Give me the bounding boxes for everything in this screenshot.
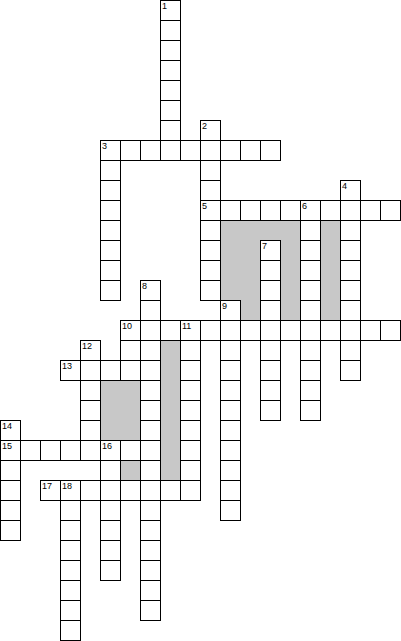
crossword-cell[interactable] (140, 280, 161, 301)
crossword-cell[interactable] (40, 480, 61, 501)
crossword-cell[interactable] (0, 480, 21, 501)
crossword-cell[interactable] (200, 280, 221, 301)
crossword-cell[interactable] (60, 360, 81, 381)
shaded-cell (280, 240, 301, 261)
crossword-cell[interactable] (360, 200, 381, 221)
crossword-cell[interactable] (340, 260, 361, 281)
shaded-cell (160, 460, 181, 481)
crossword-cell[interactable] (140, 340, 161, 361)
crossword-cell[interactable] (100, 180, 121, 201)
crossword-cell[interactable] (140, 300, 161, 321)
crossword-cell[interactable] (100, 560, 121, 581)
crossword-cell[interactable] (140, 360, 161, 381)
crossword-cell[interactable] (160, 480, 181, 501)
crossword-cell[interactable] (100, 200, 121, 221)
crossword-cell[interactable] (240, 320, 261, 341)
crossword-cell[interactable] (220, 480, 241, 501)
crossword-cell[interactable] (160, 0, 181, 21)
crossword-cell[interactable] (160, 100, 181, 121)
crossword-cell[interactable] (360, 320, 381, 341)
shaded-cell (240, 240, 261, 261)
shaded-cell (160, 340, 181, 361)
crossword-cell[interactable] (100, 540, 121, 561)
shaded-cell (280, 280, 301, 301)
crossword-cell[interactable] (80, 340, 101, 361)
crossword-cell[interactable] (140, 500, 161, 521)
shaded-cell (320, 220, 341, 241)
shaded-cell (280, 220, 301, 241)
crossword-cell[interactable] (0, 500, 21, 521)
shaded-cell (280, 300, 301, 321)
crossword-cell[interactable] (260, 320, 281, 341)
crossword-cell[interactable] (160, 60, 181, 81)
crossword-cell[interactable] (180, 440, 201, 461)
crossword-cell[interactable] (300, 340, 321, 361)
shaded-cell (220, 280, 241, 301)
crossword-cell[interactable] (100, 520, 121, 541)
crossword-cell[interactable] (180, 420, 201, 441)
crossword-cell[interactable] (200, 220, 221, 241)
crossword-cell[interactable] (80, 360, 101, 381)
shaded-cell (320, 280, 341, 301)
crossword-cell[interactable] (380, 200, 401, 221)
crossword-cell[interactable] (180, 140, 201, 161)
crossword-cell[interactable] (60, 580, 81, 601)
crossword-cell[interactable] (140, 460, 161, 481)
crossword-cell[interactable] (140, 520, 161, 541)
shaded-cell (320, 300, 341, 321)
crossword-cell[interactable] (180, 380, 201, 401)
crossword-cell[interactable] (260, 200, 281, 221)
crossword-cell[interactable] (140, 420, 161, 441)
crossword-cell[interactable] (220, 500, 241, 521)
crossword-cell[interactable] (80, 400, 101, 421)
crossword-cell[interactable] (220, 440, 241, 461)
shaded-cell (100, 400, 121, 421)
shaded-cell (280, 260, 301, 281)
crossword-cell[interactable] (160, 20, 181, 41)
shaded-cell (320, 240, 341, 261)
crossword-cell[interactable] (60, 620, 81, 641)
crossword-cell[interactable] (300, 300, 321, 321)
shaded-cell (240, 260, 261, 281)
crossword-cell[interactable] (100, 360, 121, 381)
crossword-cell[interactable] (260, 360, 281, 381)
shaded-cell (160, 380, 181, 401)
shaded-cell (220, 260, 241, 281)
crossword-cell[interactable] (140, 480, 161, 501)
crossword-cell[interactable] (100, 140, 121, 161)
crossword-cell[interactable] (160, 140, 181, 161)
crossword-cell[interactable] (260, 240, 281, 261)
crossword-cell[interactable] (140, 580, 161, 601)
crossword-cell[interactable] (180, 360, 201, 381)
shaded-cell (120, 380, 141, 401)
crossword-cell[interactable] (100, 260, 121, 281)
crossword-cell[interactable] (60, 540, 81, 561)
shaded-cell (260, 220, 281, 241)
crossword-cell[interactable] (100, 460, 121, 481)
crossword-cell[interactable] (220, 420, 241, 441)
crossword-cell[interactable] (100, 220, 121, 241)
crossword-board: 123456789101112131415161718 (0, 0, 401, 641)
crossword-cell[interactable] (340, 240, 361, 261)
crossword-cell[interactable] (220, 360, 241, 381)
crossword-cell[interactable] (140, 400, 161, 421)
crossword-cell[interactable] (0, 420, 21, 441)
crossword-cell[interactable] (300, 400, 321, 421)
crossword-cell[interactable] (100, 500, 121, 521)
shaded-cell (320, 260, 341, 281)
crossword-cell[interactable] (240, 200, 261, 221)
crossword-cell[interactable] (60, 600, 81, 621)
crossword-cell[interactable] (260, 380, 281, 401)
crossword-cell[interactable] (200, 180, 221, 201)
crossword-cell[interactable] (140, 140, 161, 161)
crossword-cell[interactable] (340, 200, 361, 221)
crossword-cell[interactable] (60, 500, 81, 521)
crossword-cell[interactable] (300, 280, 321, 301)
crossword-cell[interactable] (220, 140, 241, 161)
crossword-cell[interactable] (120, 440, 141, 461)
crossword-cell[interactable] (100, 240, 121, 261)
crossword-cell[interactable] (220, 320, 241, 341)
crossword-cell[interactable] (200, 200, 221, 221)
shaded-cell (100, 380, 121, 401)
crossword-cell[interactable] (220, 380, 241, 401)
crossword-cell[interactable] (300, 380, 321, 401)
crossword-cell[interactable] (260, 260, 281, 281)
crossword-cell[interactable] (200, 160, 221, 181)
crossword-cell[interactable] (280, 200, 301, 221)
crossword-cell[interactable] (80, 380, 101, 401)
crossword-cell[interactable] (300, 240, 321, 261)
shaded-cell (240, 220, 261, 241)
crossword-cell[interactable] (220, 340, 241, 361)
crossword-cell[interactable] (80, 440, 101, 461)
crossword-cell[interactable] (40, 440, 61, 461)
crossword-cell[interactable] (300, 220, 321, 241)
crossword-cell[interactable] (200, 140, 221, 161)
crossword-cell[interactable] (100, 160, 121, 181)
crossword-cell[interactable] (340, 300, 361, 321)
shaded-cell (120, 400, 141, 421)
crossword-cell[interactable] (320, 200, 341, 221)
crossword-cell[interactable] (260, 340, 281, 361)
crossword-cell[interactable] (20, 440, 41, 461)
crossword-cell[interactable] (180, 400, 201, 421)
shaded-cell (160, 440, 181, 461)
crossword-cell[interactable] (260, 280, 281, 301)
shaded-cell (100, 420, 121, 441)
shaded-cell (160, 360, 181, 381)
crossword-cell[interactable] (280, 320, 301, 341)
crossword-cell[interactable] (140, 380, 161, 401)
crossword-cell[interactable] (60, 520, 81, 541)
crossword-cell[interactable] (80, 480, 101, 501)
crossword-cell[interactable] (300, 200, 321, 221)
crossword-cell[interactable] (340, 360, 361, 381)
shaded-cell (160, 420, 181, 441)
crossword-cell[interactable] (260, 140, 281, 161)
crossword-cell[interactable] (260, 300, 281, 321)
crossword-cell[interactable] (140, 320, 161, 341)
crossword-cell[interactable] (100, 480, 121, 501)
shaded-cell (240, 280, 261, 301)
crossword-cell[interactable] (180, 480, 201, 501)
crossword-cell[interactable] (240, 140, 261, 161)
crossword-cell[interactable] (140, 440, 161, 461)
crossword-cell[interactable] (220, 460, 241, 481)
crossword-cell[interactable] (80, 420, 101, 441)
crossword-cell[interactable] (140, 540, 161, 561)
shaded-cell (120, 420, 141, 441)
crossword-cell[interactable] (120, 340, 141, 361)
crossword-cell[interactable] (180, 460, 201, 481)
crossword-cell[interactable] (0, 460, 21, 481)
crossword-cell[interactable] (0, 440, 21, 461)
crossword-cell[interactable] (160, 120, 181, 141)
crossword-cell[interactable] (60, 560, 81, 581)
crossword-cell[interactable] (200, 260, 221, 281)
shaded-cell (220, 220, 241, 241)
crossword-cell[interactable] (340, 220, 361, 241)
crossword-cell[interactable] (320, 320, 341, 341)
shaded-cell (240, 300, 261, 321)
crossword-cell[interactable] (300, 360, 321, 381)
crossword-cell[interactable] (340, 280, 361, 301)
crossword-cell[interactable] (120, 320, 141, 341)
shaded-cell (160, 400, 181, 421)
crossword-cell[interactable] (160, 40, 181, 61)
crossword-cell[interactable] (200, 120, 221, 141)
crossword-cell[interactable] (300, 260, 321, 281)
crossword-cell[interactable] (160, 320, 181, 341)
crossword-cell[interactable] (100, 440, 121, 461)
crossword-cell[interactable] (220, 400, 241, 421)
shaded-cell (120, 460, 141, 481)
crossword-cell[interactable] (180, 340, 201, 361)
crossword-cell[interactable] (340, 180, 361, 201)
crossword-cell[interactable] (100, 280, 121, 301)
crossword-cell[interactable] (340, 320, 361, 341)
crossword-cell[interactable] (340, 340, 361, 361)
crossword-cell[interactable] (140, 560, 161, 581)
crossword-cell[interactable] (300, 320, 321, 341)
crossword-cell[interactable] (140, 600, 161, 621)
crossword-cell[interactable] (380, 320, 401, 341)
crossword-cell[interactable] (260, 400, 281, 421)
crossword-cell[interactable] (200, 320, 221, 341)
crossword-cell[interactable] (120, 360, 141, 381)
crossword-cell[interactable] (120, 480, 141, 501)
crossword-cell[interactable] (200, 240, 221, 261)
crossword-cell[interactable] (120, 140, 141, 161)
crossword-cell[interactable] (60, 480, 81, 501)
crossword-cell[interactable] (180, 320, 201, 341)
crossword-cell[interactable] (220, 300, 241, 321)
crossword-cell[interactable] (0, 520, 21, 541)
crossword-cell[interactable] (60, 440, 81, 461)
crossword-cell[interactable] (160, 80, 181, 101)
crossword-cell[interactable] (220, 200, 241, 221)
shaded-cell (220, 240, 241, 261)
